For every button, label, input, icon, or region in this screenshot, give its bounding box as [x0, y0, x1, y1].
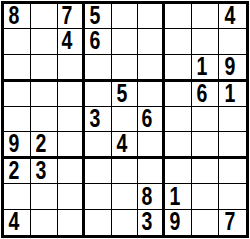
cell-r6c8[interactable] [192, 132, 219, 159]
cell-r6c9[interactable] [219, 132, 246, 159]
cell-r1c7[interactable] [165, 4, 192, 29]
cell-r6c6[interactable] [138, 132, 165, 159]
given-digit: 3 [142, 209, 153, 234]
cell-r8c8[interactable] [192, 184, 219, 209]
cell-r4c7[interactable] [165, 82, 192, 107]
cell-r5c7[interactable] [165, 107, 192, 132]
cell-r8c4[interactable] [85, 184, 112, 209]
cell-r6c5[interactable]: 4 [112, 132, 139, 159]
cell-r2c3[interactable]: 4 [58, 29, 85, 54]
cell-r5c3[interactable] [58, 107, 85, 132]
given-digit: 4 [224, 3, 235, 28]
given-digit: 5 [116, 81, 127, 106]
cell-r9c4[interactable] [85, 210, 112, 235]
given-digit: 6 [89, 28, 100, 53]
cell-r7c5[interactable] [112, 159, 139, 184]
cell-r5c8[interactable] [192, 107, 219, 132]
cell-r1c5[interactable] [112, 4, 139, 29]
cell-r3c3[interactable] [58, 55, 85, 82]
cell-r2c6[interactable] [138, 29, 165, 54]
cell-r8c5[interactable] [112, 184, 139, 209]
given-digit: 3 [89, 106, 100, 131]
cell-r9c6[interactable]: 3 [138, 210, 165, 235]
cell-r4c9[interactable]: 1 [219, 82, 246, 107]
cell-r6c3[interactable] [58, 132, 85, 159]
cell-r6c2[interactable]: 2 [31, 132, 58, 159]
cell-r5c4[interactable]: 3 [85, 107, 112, 132]
cell-r8c2[interactable] [31, 184, 58, 209]
sudoku-board: 875446195613692423814397 [1, 1, 249, 238]
given-digit: 6 [142, 106, 153, 131]
cell-r1c9[interactable]: 4 [219, 4, 246, 29]
given-digit: 4 [9, 209, 20, 234]
cell-r2c4[interactable]: 6 [85, 29, 112, 54]
given-digit: 4 [116, 131, 127, 156]
cell-r8c3[interactable] [58, 184, 85, 209]
cell-r3c8[interactable]: 1 [192, 55, 219, 82]
cell-r5c6[interactable]: 6 [138, 107, 165, 132]
given-digit: 1 [224, 81, 235, 106]
given-digit: 3 [35, 158, 46, 183]
cell-r5c9[interactable] [219, 107, 246, 132]
cell-r7c3[interactable] [58, 159, 85, 184]
cell-r9c3[interactable] [58, 210, 85, 235]
cell-r9c2[interactable] [31, 210, 58, 235]
cell-r1c8[interactable] [192, 4, 219, 29]
cell-r3c1[interactable] [4, 55, 31, 82]
cell-r6c4[interactable] [85, 132, 112, 159]
cell-r8c7[interactable]: 1 [165, 184, 192, 209]
cell-r3c2[interactable] [31, 55, 58, 82]
cell-r4c1[interactable] [4, 82, 31, 107]
given-digit: 8 [9, 3, 20, 28]
cell-r9c5[interactable] [112, 210, 139, 235]
given-digit: 8 [142, 184, 153, 209]
given-digit: 2 [35, 131, 46, 156]
given-digit: 7 [61, 3, 72, 28]
cell-r2c7[interactable] [165, 29, 192, 54]
cell-r1c6[interactable] [138, 4, 165, 29]
cell-r3c5[interactable] [112, 55, 139, 82]
cell-r9c9[interactable]: 7 [219, 210, 246, 235]
cell-r2c1[interactable] [4, 29, 31, 54]
cell-r3c6[interactable] [138, 55, 165, 82]
cell-r8c6[interactable]: 8 [138, 184, 165, 209]
cell-r6c7[interactable] [165, 132, 192, 159]
cell-r7c8[interactable] [192, 159, 219, 184]
cell-r2c5[interactable] [112, 29, 139, 54]
cell-r1c2[interactable] [31, 4, 58, 29]
cell-r7c2[interactable]: 3 [31, 159, 58, 184]
cell-r7c9[interactable] [219, 159, 246, 184]
cell-r3c4[interactable] [85, 55, 112, 82]
given-digit: 1 [170, 184, 181, 209]
cell-r9c1[interactable]: 4 [4, 210, 31, 235]
cell-r4c3[interactable] [58, 82, 85, 107]
given-digit: 9 [224, 54, 235, 79]
cell-r6c1[interactable]: 9 [4, 132, 31, 159]
given-digit: 1 [197, 54, 208, 79]
given-digit: 2 [9, 158, 20, 183]
cell-r9c8[interactable] [192, 210, 219, 235]
given-digit: 9 [9, 131, 20, 156]
cell-r3c9[interactable]: 9 [219, 55, 246, 82]
cell-r7c4[interactable] [85, 159, 112, 184]
given-digit: 5 [89, 3, 100, 28]
cell-r9c7[interactable]: 9 [165, 210, 192, 235]
cell-r7c1[interactable]: 2 [4, 159, 31, 184]
cell-r2c2[interactable] [31, 29, 58, 54]
given-digit: 7 [224, 209, 235, 234]
cell-r4c2[interactable] [31, 82, 58, 107]
cell-r8c1[interactable] [4, 184, 31, 209]
cell-r3c7[interactable] [165, 55, 192, 82]
given-digit: 6 [197, 81, 208, 106]
sudoku-page: 875446195613692423814397 [0, 0, 250, 239]
given-digit: 4 [61, 28, 72, 53]
cell-r1c1[interactable]: 8 [4, 4, 31, 29]
cell-r8c9[interactable] [219, 184, 246, 209]
given-digit: 9 [170, 209, 181, 234]
cell-r4c5[interactable]: 5 [112, 82, 139, 107]
cell-r4c8[interactable]: 6 [192, 82, 219, 107]
